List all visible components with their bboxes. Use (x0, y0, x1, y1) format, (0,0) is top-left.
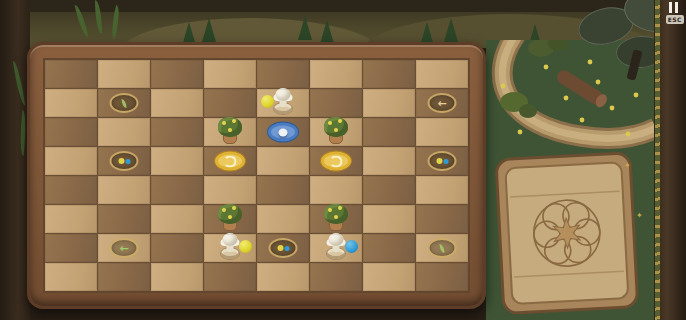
board-square[interactable] (363, 176, 415, 204)
left-wall (0, 0, 30, 320)
board-square[interactable] (363, 89, 415, 117)
sheep-piece[interactable] (325, 233, 347, 260)
board-square[interactable] (98, 176, 150, 204)
token-balls (110, 151, 139, 171)
sheep-piece[interactable] (272, 88, 294, 115)
board-grid: ←← (43, 58, 470, 293)
board-square[interactable] (98, 118, 150, 146)
board-square[interactable] (204, 263, 256, 291)
board-square[interactable] (45, 60, 97, 88)
right-rail (654, 0, 686, 320)
board-square[interactable] (310, 205, 362, 233)
board-square[interactable] (151, 263, 203, 291)
board-square[interactable] (363, 234, 415, 262)
token-sprout (428, 238, 457, 258)
board-square[interactable] (310, 60, 362, 88)
fern-leaf-icon (13, 60, 25, 106)
board-square[interactable] (45, 205, 97, 233)
board-square[interactable] (204, 176, 256, 204)
pine-tree-icon (202, 18, 216, 42)
board-square[interactable] (363, 60, 415, 88)
board-square[interactable] (45, 234, 97, 262)
board-square[interactable] (257, 263, 309, 291)
esc-key-hint: ESC (666, 15, 684, 24)
board-square[interactable] (151, 147, 203, 175)
board-square[interactable] (416, 176, 468, 204)
board-square[interactable] (98, 147, 150, 175)
arrow-icon: ← (437, 98, 446, 109)
bush-piece (323, 117, 349, 144)
board-square[interactable] (45, 176, 97, 204)
board-square[interactable] (204, 118, 256, 146)
blue-ball (345, 240, 358, 253)
board-square[interactable] (151, 205, 203, 233)
board-square[interactable] (257, 89, 309, 117)
board-square[interactable] (45, 147, 97, 175)
board-square[interactable] (204, 60, 256, 88)
board-square[interactable] (416, 118, 468, 146)
yellow-plate (214, 151, 246, 172)
board-square[interactable] (98, 205, 150, 233)
board-frame: ←← (27, 42, 486, 309)
board-square[interactable] (416, 205, 468, 233)
blue-plate (267, 122, 299, 143)
board-square[interactable] (204, 205, 256, 233)
board-square[interactable] (45, 118, 97, 146)
pause-icon (669, 2, 672, 13)
board-square[interactable] (257, 176, 309, 204)
blue-ball-icon (443, 159, 448, 164)
sheep-piece[interactable] (219, 233, 241, 260)
token-sprout (110, 93, 139, 113)
bush-piece (217, 204, 243, 231)
pine-tree-icon (444, 18, 458, 42)
board-square[interactable] (257, 147, 309, 175)
blue-ball-icon (125, 159, 130, 164)
pause-icon (675, 2, 678, 13)
board-square[interactable] (310, 263, 362, 291)
board-square[interactable] (416, 60, 468, 88)
board-square[interactable] (363, 263, 415, 291)
board-square[interactable] (257, 60, 309, 88)
board-square[interactable] (310, 147, 362, 175)
board-square[interactable] (151, 60, 203, 88)
pine-tree-icon (298, 16, 312, 40)
board-square[interactable] (416, 147, 468, 175)
card-tray (486, 152, 654, 318)
board-square[interactable] (151, 176, 203, 204)
token-green-arrow: ← (110, 238, 139, 258)
board-square[interactable] (204, 147, 256, 175)
arrow-icon: ← (119, 243, 128, 254)
gold-star-icon: ✦ (624, 162, 631, 170)
sheep-head (329, 233, 344, 246)
board-square[interactable] (204, 234, 256, 262)
board-square[interactable] (257, 234, 309, 262)
pause-button[interactable] (668, 2, 680, 13)
token-gold-arrow: ← (428, 93, 457, 113)
board-square[interactable] (257, 205, 309, 233)
board-square[interactable] (45, 89, 97, 117)
board-square[interactable] (98, 89, 150, 117)
blue-ball-icon (284, 246, 289, 251)
board-square[interactable]: ← (416, 89, 468, 117)
yellow-ball-icon (436, 158, 442, 164)
board-square[interactable] (310, 234, 362, 262)
board-square[interactable] (151, 89, 203, 117)
board-square[interactable]: ← (98, 234, 150, 262)
board-square[interactable] (45, 263, 97, 291)
board-square[interactable] (363, 205, 415, 233)
board-square[interactable] (310, 176, 362, 204)
yellow-ball-icon (118, 158, 124, 164)
sheep-head (276, 88, 291, 101)
yellow-plate (320, 151, 352, 172)
board-square[interactable] (310, 118, 362, 146)
gold-star-icon: ✦ (636, 212, 643, 220)
board-square[interactable] (151, 118, 203, 146)
pine-tree-icon (320, 20, 334, 44)
board-square[interactable] (204, 89, 256, 117)
yellow-ball-icon (277, 245, 283, 251)
yellow-ball (261, 95, 274, 108)
board-square[interactable] (416, 263, 468, 291)
board-square[interactable] (363, 147, 415, 175)
token-balls (428, 151, 457, 171)
board-square[interactable] (98, 60, 150, 88)
board-square[interactable] (151, 234, 203, 262)
board-square[interactable] (98, 263, 150, 291)
board-square[interactable] (310, 89, 362, 117)
striped-trim (655, 0, 660, 320)
sheep-head (223, 233, 238, 246)
sprout-icon (440, 244, 445, 253)
bush-piece (217, 117, 243, 144)
board-square[interactable] (257, 118, 309, 146)
board-square[interactable] (363, 118, 415, 146)
sprout-icon (122, 99, 127, 108)
token-balls (269, 238, 298, 258)
bush-piece (323, 204, 349, 231)
yellow-ball (239, 240, 252, 253)
board-square[interactable] (416, 234, 468, 262)
